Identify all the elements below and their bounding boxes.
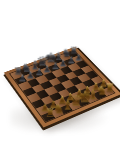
piece-black-pawn[interactable]: ♟ — [51, 61, 59, 70]
square-a7[interactable]: ♟ — [14, 76, 27, 85]
piece-black-pawn[interactable]: ♟ — [18, 74, 27, 83]
piece-black-pawn[interactable]: ♟ — [75, 53, 83, 62]
piece-white-rook[interactable]: ♜ — [44, 108, 55, 119]
square-d6[interactable] — [44, 72, 57, 81]
chess-set-photo: ♜♞♝♛♚♝♞♜♟♟♟♟♟♟♟♟♟♟♟♟♟♟♟♟♜♞♝♛♚♝♞♜ — [0, 0, 120, 144]
piece-black-pawn[interactable]: ♟ — [59, 58, 67, 67]
piece-black-pawn[interactable]: ♟ — [26, 70, 34, 79]
square-a1[interactable]: ♜ — [41, 111, 55, 121]
piece-black-pawn[interactable]: ♟ — [35, 67, 43, 76]
square-d5[interactable] — [48, 77, 61, 86]
piece-black-pawn[interactable]: ♟ — [67, 55, 75, 64]
piece-black-pawn[interactable]: ♟ — [43, 64, 51, 73]
